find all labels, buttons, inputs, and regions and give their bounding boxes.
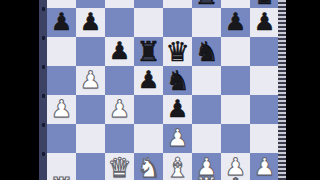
black-queen-e6: ♛ bbox=[165, 37, 189, 66]
square-d4 bbox=[134, 95, 163, 124]
board-left-border bbox=[39, 0, 47, 180]
square-b5: ♟ bbox=[76, 66, 105, 95]
square-a5 bbox=[47, 66, 76, 95]
square-g6 bbox=[221, 37, 250, 66]
square-f5 bbox=[192, 66, 221, 95]
letterbox-left bbox=[0, 0, 39, 180]
black-pawn-a7: ♟ bbox=[51, 8, 73, 37]
square-a7: ♟ bbox=[47, 8, 76, 37]
square-c4: ♟ bbox=[105, 95, 134, 124]
square-e7 bbox=[163, 8, 192, 37]
square-c8 bbox=[105, 0, 134, 8]
square-h5 bbox=[250, 66, 279, 95]
square-h8: ♚ bbox=[250, 0, 279, 8]
square-e2: ♝ bbox=[163, 153, 192, 180]
square-g7: ♟ bbox=[221, 8, 250, 37]
black-pawn-h7: ♟ bbox=[254, 8, 276, 37]
square-h4 bbox=[250, 95, 279, 124]
black-rook-f8: ♜ bbox=[194, 0, 218, 9]
white-pawn-e3: ♟ bbox=[167, 124, 189, 153]
rank-marker-dot bbox=[42, 7, 45, 11]
square-f4 bbox=[192, 95, 221, 124]
white-pawn-h2: ♟ bbox=[254, 153, 276, 180]
white-rook-f1: ♜ bbox=[194, 173, 218, 180]
square-b6 bbox=[76, 37, 105, 66]
square-b2 bbox=[76, 153, 105, 180]
square-h6 bbox=[250, 37, 279, 66]
white-pawn-a4: ♟ bbox=[51, 95, 73, 124]
rank-marker-dot bbox=[42, 36, 45, 40]
square-g8 bbox=[221, 0, 250, 8]
square-h7: ♟ bbox=[250, 8, 279, 37]
square-e5: ♞ bbox=[163, 66, 192, 95]
square-c6: ♟ bbox=[105, 37, 134, 66]
square-f3 bbox=[192, 124, 221, 153]
square-e3: ♟ bbox=[163, 124, 192, 153]
square-e8 bbox=[163, 0, 192, 8]
square-h3 bbox=[250, 124, 279, 153]
video-frame: ♜♚♟♟♟♟♟♜♛♞♟♟♞♟♟♟♟♛♞♝♟♟♟♜♜♚ bbox=[0, 0, 320, 180]
square-f6: ♞ bbox=[192, 37, 221, 66]
square-e6: ♛ bbox=[163, 37, 192, 66]
square-c7 bbox=[105, 8, 134, 37]
square-d8 bbox=[134, 0, 163, 8]
square-d7 bbox=[134, 8, 163, 37]
square-c2: ♛ bbox=[105, 153, 134, 180]
square-c3 bbox=[105, 124, 134, 153]
square-b3 bbox=[76, 124, 105, 153]
square-a4: ♟ bbox=[47, 95, 76, 124]
black-king-h8: ♚ bbox=[252, 0, 276, 9]
square-a3 bbox=[47, 124, 76, 153]
white-knight-d2: ♞ bbox=[136, 153, 160, 180]
black-rook-d6: ♜ bbox=[136, 37, 160, 66]
square-d5: ♟ bbox=[134, 66, 163, 95]
square-b7: ♟ bbox=[76, 8, 105, 37]
square-g3 bbox=[221, 124, 250, 153]
white-queen-c2: ♛ bbox=[107, 153, 131, 180]
white-bishop-e2: ♝ bbox=[165, 153, 189, 180]
square-a6 bbox=[47, 37, 76, 66]
white-pawn-c4: ♟ bbox=[109, 95, 131, 124]
square-c5 bbox=[105, 66, 134, 95]
chess-board: ♜♚♟♟♟♟♟♜♛♞♟♟♞♟♟♟♟♛♞♝♟♟♟♜♜♚ bbox=[47, 0, 279, 180]
rank-marker-dot bbox=[42, 152, 45, 156]
square-a8 bbox=[47, 0, 76, 8]
square-f8: ♜ bbox=[192, 0, 221, 8]
filmstrip-edge bbox=[278, 0, 286, 180]
white-king-g1: ♚ bbox=[223, 173, 247, 180]
black-knight-e5: ♞ bbox=[165, 66, 189, 95]
black-knight-f6: ♞ bbox=[194, 37, 218, 66]
black-pawn-b7: ♟ bbox=[80, 8, 102, 37]
square-g5 bbox=[221, 66, 250, 95]
rank-marker-dot bbox=[42, 94, 45, 98]
rank-marker-dot bbox=[42, 123, 45, 127]
square-g4 bbox=[221, 95, 250, 124]
black-pawn-e4: ♟ bbox=[167, 95, 189, 124]
black-pawn-g7: ♟ bbox=[225, 8, 247, 37]
black-pawn-d5: ♟ bbox=[138, 66, 160, 95]
black-pawn-c6: ♟ bbox=[109, 37, 131, 66]
square-d3 bbox=[134, 124, 163, 153]
letterbox-right bbox=[286, 0, 320, 180]
square-d2: ♞ bbox=[134, 153, 163, 180]
square-e4: ♟ bbox=[163, 95, 192, 124]
white-pawn-b5: ♟ bbox=[80, 66, 102, 95]
square-d6: ♜ bbox=[134, 37, 163, 66]
square-f7 bbox=[192, 8, 221, 37]
square-b8 bbox=[76, 0, 105, 8]
square-h2: ♟ bbox=[250, 153, 279, 180]
white-rook-a1: ♜ bbox=[49, 173, 73, 180]
rank-marker-dot bbox=[42, 65, 45, 69]
square-b4 bbox=[76, 95, 105, 124]
